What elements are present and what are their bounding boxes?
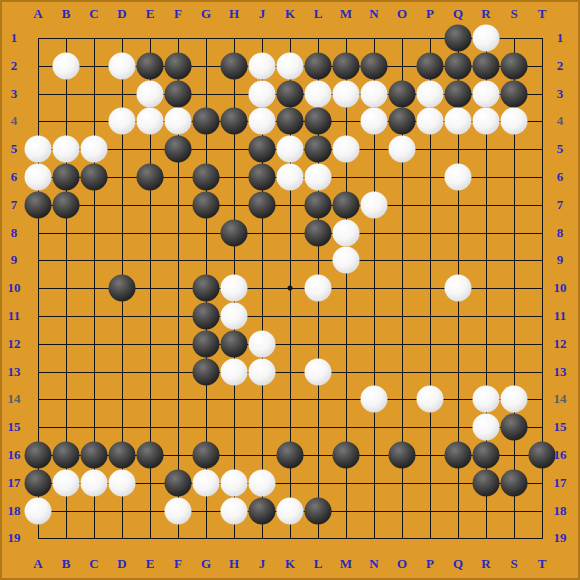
- row-label-right-13: 13: [554, 364, 567, 380]
- black-stone-M2[interactable]: [333, 52, 360, 79]
- col-label-top-O: O: [397, 6, 407, 22]
- black-stone-Q3[interactable]: [445, 80, 472, 107]
- white-stone-J13[interactable]: [249, 358, 276, 385]
- black-stone-K3[interactable]: [277, 80, 304, 107]
- black-stone-O3[interactable]: [389, 80, 416, 107]
- black-stone-S15[interactable]: [501, 414, 528, 441]
- white-stone-N3[interactable]: [361, 80, 388, 107]
- black-stone-D16[interactable]: [109, 442, 136, 469]
- col-label-bottom-A: A: [33, 556, 42, 572]
- black-stone-H2[interactable]: [221, 52, 248, 79]
- row-label-left-13: 13: [8, 364, 21, 380]
- white-stone-H11[interactable]: [221, 303, 248, 330]
- black-stone-R2[interactable]: [473, 52, 500, 79]
- white-stone-D4[interactable]: [109, 108, 136, 135]
- black-stone-Q1[interactable]: [445, 25, 472, 52]
- row-label-left-12: 12: [8, 336, 21, 352]
- col-label-top-M: M: [340, 6, 352, 22]
- black-stone-Q16[interactable]: [445, 442, 472, 469]
- col-label-bottom-C: C: [89, 556, 98, 572]
- white-stone-P14[interactable]: [417, 386, 444, 413]
- col-label-top-D: D: [117, 6, 126, 22]
- white-stone-N14[interactable]: [361, 386, 388, 413]
- white-stone-P3[interactable]: [417, 80, 444, 107]
- black-stone-B6[interactable]: [53, 164, 80, 191]
- col-label-bottom-Q: Q: [453, 556, 463, 572]
- row-label-right-6: 6: [557, 169, 564, 185]
- white-stone-D2[interactable]: [109, 52, 136, 79]
- white-stone-K18[interactable]: [277, 497, 304, 524]
- white-stone-J17[interactable]: [249, 469, 276, 496]
- col-label-bottom-T: T: [538, 556, 547, 572]
- white-stone-R14[interactable]: [473, 386, 500, 413]
- black-stone-K4[interactable]: [277, 108, 304, 135]
- white-stone-L13[interactable]: [305, 358, 332, 385]
- col-label-bottom-J: J: [259, 556, 266, 572]
- col-label-top-J: J: [259, 6, 266, 22]
- white-stone-E4[interactable]: [137, 108, 164, 135]
- white-stone-E3[interactable]: [137, 80, 164, 107]
- col-label-bottom-B: B: [62, 556, 71, 572]
- white-stone-N7[interactable]: [361, 191, 388, 218]
- white-stone-R4[interactable]: [473, 108, 500, 135]
- white-stone-S14[interactable]: [501, 386, 528, 413]
- row-label-right-10: 10: [554, 280, 567, 296]
- col-label-top-S: S: [510, 6, 517, 22]
- row-label-right-3: 3: [557, 86, 564, 102]
- col-label-top-E: E: [146, 6, 155, 22]
- row-label-left-3: 3: [11, 86, 18, 102]
- row-label-right-14: 14: [554, 391, 567, 407]
- white-stone-K5[interactable]: [277, 136, 304, 163]
- col-label-bottom-P: P: [426, 556, 434, 572]
- white-stone-Q6[interactable]: [445, 164, 472, 191]
- white-stone-M5[interactable]: [333, 136, 360, 163]
- white-stone-J12[interactable]: [249, 330, 276, 357]
- white-stone-H18[interactable]: [221, 497, 248, 524]
- row-label-left-16: 16: [8, 447, 21, 463]
- black-stone-A16[interactable]: [25, 442, 52, 469]
- white-stone-M9[interactable]: [333, 247, 360, 274]
- col-label-top-R: R: [481, 6, 490, 22]
- col-label-top-F: F: [174, 6, 182, 22]
- white-stone-H17[interactable]: [221, 469, 248, 496]
- black-stone-F2[interactable]: [165, 52, 192, 79]
- col-label-bottom-H: H: [229, 556, 239, 572]
- grid-line-horizontal: [38, 344, 543, 345]
- black-stone-H8[interactable]: [221, 219, 248, 246]
- black-stone-O4[interactable]: [389, 108, 416, 135]
- white-stone-M3[interactable]: [333, 80, 360, 107]
- row-label-right-1: 1: [557, 30, 564, 46]
- col-label-bottom-D: D: [117, 556, 126, 572]
- white-stone-A5[interactable]: [25, 136, 52, 163]
- black-stone-G6[interactable]: [193, 164, 220, 191]
- black-stone-N2[interactable]: [361, 52, 388, 79]
- black-stone-F5[interactable]: [165, 136, 192, 163]
- row-label-left-17: 17: [8, 475, 21, 491]
- black-stone-H4[interactable]: [221, 108, 248, 135]
- white-stone-B5[interactable]: [53, 136, 80, 163]
- white-stone-A6[interactable]: [25, 164, 52, 191]
- white-stone-J3[interactable]: [249, 80, 276, 107]
- black-stone-F3[interactable]: [165, 80, 192, 107]
- black-stone-P2[interactable]: [417, 52, 444, 79]
- col-label-top-K: K: [285, 6, 295, 22]
- black-stone-H12[interactable]: [221, 330, 248, 357]
- white-stone-N4[interactable]: [361, 108, 388, 135]
- row-label-left-11: 11: [8, 308, 20, 324]
- row-label-right-12: 12: [554, 336, 567, 352]
- white-stone-C5[interactable]: [81, 136, 108, 163]
- black-stone-A7[interactable]: [25, 191, 52, 218]
- col-label-bottom-M: M: [340, 556, 352, 572]
- black-stone-J5[interactable]: [249, 136, 276, 163]
- black-stone-T16[interactable]: [529, 442, 556, 469]
- row-label-left-4: 4: [11, 113, 18, 129]
- black-stone-E6[interactable]: [137, 164, 164, 191]
- black-stone-J6[interactable]: [249, 164, 276, 191]
- black-stone-L5[interactable]: [305, 136, 332, 163]
- grid-line-horizontal: [38, 538, 543, 539]
- white-stone-M8[interactable]: [333, 219, 360, 246]
- white-stone-S4[interactable]: [501, 108, 528, 135]
- grid-line-horizontal: [38, 427, 543, 428]
- col-label-top-A: A: [33, 6, 42, 22]
- row-label-right-2: 2: [557, 58, 564, 74]
- white-stone-R3[interactable]: [473, 80, 500, 107]
- white-stone-R15[interactable]: [473, 414, 500, 441]
- black-stone-S17[interactable]: [501, 469, 528, 496]
- black-stone-M7[interactable]: [333, 191, 360, 218]
- row-label-left-14: 14: [8, 391, 21, 407]
- black-stone-L18[interactable]: [305, 497, 332, 524]
- col-label-top-H: H: [229, 6, 239, 22]
- row-label-left-15: 15: [8, 419, 21, 435]
- col-label-top-N: N: [369, 6, 378, 22]
- black-stone-A17[interactable]: [25, 469, 52, 496]
- black-stone-E2[interactable]: [137, 52, 164, 79]
- white-stone-B2[interactable]: [53, 52, 80, 79]
- white-stone-C17[interactable]: [81, 469, 108, 496]
- row-label-left-18: 18: [8, 503, 21, 519]
- row-label-right-19: 19: [554, 530, 567, 546]
- row-label-left-6: 6: [11, 169, 18, 185]
- black-stone-S2[interactable]: [501, 52, 528, 79]
- col-label-bottom-R: R: [481, 556, 490, 572]
- row-label-left-19: 19: [8, 530, 21, 546]
- white-stone-L6[interactable]: [305, 164, 332, 191]
- white-stone-Q10[interactable]: [445, 275, 472, 302]
- row-label-left-1: 1: [11, 30, 18, 46]
- row-label-left-2: 2: [11, 58, 18, 74]
- black-stone-B16[interactable]: [53, 442, 80, 469]
- col-label-top-G: G: [201, 6, 211, 22]
- col-label-top-T: T: [538, 6, 547, 22]
- col-label-bottom-S: S: [510, 556, 517, 572]
- white-stone-G17[interactable]: [193, 469, 220, 496]
- white-stone-K6[interactable]: [277, 164, 304, 191]
- white-stone-F4[interactable]: [165, 108, 192, 135]
- white-stone-P4[interactable]: [417, 108, 444, 135]
- col-label-bottom-K: K: [285, 556, 295, 572]
- col-label-bottom-O: O: [397, 556, 407, 572]
- row-label-right-5: 5: [557, 141, 564, 157]
- black-stone-G16[interactable]: [193, 442, 220, 469]
- black-stone-C16[interactable]: [81, 442, 108, 469]
- grid-line-horizontal: [38, 372, 543, 373]
- go-board[interactable]: AABBCCDDEEFFGGHHJJKKLLMMNNOOPPQQRRSSTT11…: [0, 0, 580, 580]
- black-stone-S3[interactable]: [501, 80, 528, 107]
- white-stone-O5[interactable]: [389, 136, 416, 163]
- white-stone-K2[interactable]: [277, 52, 304, 79]
- black-stone-M16[interactable]: [333, 442, 360, 469]
- col-label-bottom-L: L: [314, 556, 323, 572]
- black-stone-O16[interactable]: [389, 442, 416, 469]
- white-stone-H13[interactable]: [221, 358, 248, 385]
- white-stone-B17[interactable]: [53, 469, 80, 496]
- white-stone-J4[interactable]: [249, 108, 276, 135]
- black-stone-G10[interactable]: [193, 275, 220, 302]
- black-stone-F17[interactable]: [165, 469, 192, 496]
- row-label-left-9: 9: [11, 252, 18, 268]
- col-label-top-P: P: [426, 6, 434, 22]
- black-stone-G12[interactable]: [193, 330, 220, 357]
- white-stone-J2[interactable]: [249, 52, 276, 79]
- row-label-left-8: 8: [11, 225, 18, 241]
- row-label-right-11: 11: [554, 308, 566, 324]
- row-label-left-10: 10: [8, 280, 21, 296]
- black-stone-L7[interactable]: [305, 191, 332, 218]
- row-label-right-4: 4: [557, 113, 564, 129]
- black-stone-D10[interactable]: [109, 275, 136, 302]
- col-label-bottom-G: G: [201, 556, 211, 572]
- black-stone-L8[interactable]: [305, 219, 332, 246]
- row-label-right-9: 9: [557, 252, 564, 268]
- white-stone-H10[interactable]: [221, 275, 248, 302]
- black-stone-R16[interactable]: [473, 442, 500, 469]
- black-stone-G4[interactable]: [193, 108, 220, 135]
- black-stone-E16[interactable]: [137, 442, 164, 469]
- white-stone-A18[interactable]: [25, 497, 52, 524]
- white-stone-Q4[interactable]: [445, 108, 472, 135]
- row-label-right-8: 8: [557, 225, 564, 241]
- row-label-right-17: 17: [554, 475, 567, 491]
- row-label-left-5: 5: [11, 141, 18, 157]
- white-stone-L10[interactable]: [305, 275, 332, 302]
- black-stone-J7[interactable]: [249, 191, 276, 218]
- col-label-bottom-E: E: [146, 556, 155, 572]
- black-stone-G13[interactable]: [193, 358, 220, 385]
- row-label-right-15: 15: [554, 419, 567, 435]
- white-stone-F18[interactable]: [165, 497, 192, 524]
- row-label-right-7: 7: [557, 197, 564, 213]
- col-label-bottom-N: N: [369, 556, 378, 572]
- col-label-top-C: C: [89, 6, 98, 22]
- white-stone-L3[interactable]: [305, 80, 332, 107]
- row-label-right-18: 18: [554, 503, 567, 519]
- black-stone-B7[interactable]: [53, 191, 80, 218]
- black-stone-C6[interactable]: [81, 164, 108, 191]
- col-label-top-B: B: [62, 6, 71, 22]
- black-stone-Q2[interactable]: [445, 52, 472, 79]
- white-stone-D17[interactable]: [109, 469, 136, 496]
- grid-line-horizontal: [38, 399, 543, 400]
- black-stone-K16[interactable]: [277, 442, 304, 469]
- black-stone-R17[interactable]: [473, 469, 500, 496]
- grid-line-horizontal: [38, 316, 543, 317]
- row-label-left-7: 7: [11, 197, 18, 213]
- col-label-bottom-F: F: [174, 556, 182, 572]
- black-stone-J18[interactable]: [249, 497, 276, 524]
- star-point-K10: [288, 286, 293, 291]
- black-stone-G7[interactable]: [193, 191, 220, 218]
- white-stone-R1[interactable]: [473, 25, 500, 52]
- col-label-top-Q: Q: [453, 6, 463, 22]
- black-stone-L2[interactable]: [305, 52, 332, 79]
- black-stone-L4[interactable]: [305, 108, 332, 135]
- col-label-top-L: L: [314, 6, 323, 22]
- black-stone-G11[interactable]: [193, 303, 220, 330]
